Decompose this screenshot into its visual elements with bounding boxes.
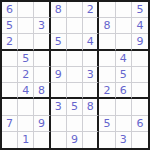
cell-r6c9[interactable]	[132, 83, 148, 99]
cell-r6c2[interactable]: 4	[18, 83, 34, 99]
cell-r9c7[interactable]	[99, 132, 115, 148]
cell-r5c9[interactable]	[132, 67, 148, 83]
cell-r9c1[interactable]	[2, 132, 18, 148]
cell-r5c6[interactable]: 3	[83, 67, 99, 83]
cell-r5c4[interactable]: 9	[51, 67, 67, 83]
cell-r3c2[interactable]	[18, 34, 34, 50]
cell-r8c4[interactable]	[51, 116, 67, 132]
cell-r8c6[interactable]	[83, 116, 99, 132]
cell-r9c4[interactable]	[51, 132, 67, 148]
cell-r6c5[interactable]	[67, 83, 83, 99]
cell-r8c5[interactable]	[67, 116, 83, 132]
cell-r2c6[interactable]	[83, 18, 99, 34]
cell-r6c6[interactable]	[83, 83, 99, 99]
cell-r5c2[interactable]: 2	[18, 67, 34, 83]
cell-r7c6[interactable]: 8	[83, 99, 99, 115]
cell-r4c2[interactable]: 5	[18, 51, 34, 67]
cell-r3c7[interactable]	[99, 34, 115, 50]
cell-r2c5[interactable]	[67, 18, 83, 34]
cell-r9c5[interactable]: 9	[67, 132, 83, 148]
sudoku-board: 68255384254954293548263587956193	[0, 0, 150, 150]
cell-r9c6[interactable]	[83, 132, 99, 148]
cell-r4c6[interactable]	[83, 51, 99, 67]
cell-r3c9[interactable]: 9	[132, 34, 148, 50]
cell-r2c3[interactable]: 3	[34, 18, 50, 34]
cell-r8c3[interactable]: 9	[34, 116, 50, 132]
cell-r8c1[interactable]: 7	[2, 116, 18, 132]
cell-r3c8[interactable]	[116, 34, 132, 50]
cell-r7c1[interactable]	[2, 99, 18, 115]
cell-r7c3[interactable]	[34, 99, 50, 115]
cell-r6c8[interactable]: 6	[116, 83, 132, 99]
cell-r3c5[interactable]	[67, 34, 83, 50]
cell-r1c6[interactable]: 2	[83, 2, 99, 18]
cell-r1c3[interactable]	[34, 2, 50, 18]
cell-r4c1[interactable]	[2, 51, 18, 67]
cell-r7c7[interactable]	[99, 99, 115, 115]
cell-r5c7[interactable]	[99, 67, 115, 83]
cell-r4c9[interactable]	[132, 51, 148, 67]
cell-r7c2[interactable]	[18, 99, 34, 115]
cell-r1c8[interactable]	[116, 2, 132, 18]
cell-r7c5[interactable]: 5	[67, 99, 83, 115]
cell-r4c3[interactable]	[34, 51, 50, 67]
cell-r2c8[interactable]	[116, 18, 132, 34]
cell-r1c7[interactable]	[99, 2, 115, 18]
cell-r6c7[interactable]: 2	[99, 83, 115, 99]
cell-r5c1[interactable]	[2, 67, 18, 83]
cell-r2c1[interactable]: 5	[2, 18, 18, 34]
cell-r8c8[interactable]	[116, 116, 132, 132]
cell-r4c4[interactable]	[51, 51, 67, 67]
cell-r6c3[interactable]: 8	[34, 83, 50, 99]
cell-r2c7[interactable]: 8	[99, 18, 115, 34]
cell-r3c1[interactable]: 2	[2, 34, 18, 50]
cell-r3c4[interactable]: 5	[51, 34, 67, 50]
cell-r6c4[interactable]	[51, 83, 67, 99]
cell-r9c2[interactable]: 1	[18, 132, 34, 148]
cell-r4c7[interactable]	[99, 51, 115, 67]
cell-r5c5[interactable]	[67, 67, 83, 83]
cell-r7c9[interactable]	[132, 99, 148, 115]
cell-r1c9[interactable]: 5	[132, 2, 148, 18]
cell-r7c8[interactable]	[116, 99, 132, 115]
cell-r7c4[interactable]: 3	[51, 99, 67, 115]
cell-r2c2[interactable]	[18, 18, 34, 34]
cell-r5c3[interactable]	[34, 67, 50, 83]
cell-r8c7[interactable]: 5	[99, 116, 115, 132]
cell-r2c9[interactable]: 4	[132, 18, 148, 34]
cell-r3c3[interactable]	[34, 34, 50, 50]
cell-r6c1[interactable]	[2, 83, 18, 99]
cell-r5c8[interactable]: 5	[116, 67, 132, 83]
cell-r8c2[interactable]	[18, 116, 34, 132]
cell-r3c6[interactable]: 4	[83, 34, 99, 50]
cell-r4c5[interactable]	[67, 51, 83, 67]
cell-r9c8[interactable]: 3	[116, 132, 132, 148]
cell-r8c9[interactable]: 6	[132, 116, 148, 132]
cell-r1c4[interactable]: 8	[51, 2, 67, 18]
cell-r1c1[interactable]: 6	[2, 2, 18, 18]
cell-r4c8[interactable]: 4	[116, 51, 132, 67]
cell-r9c9[interactable]	[132, 132, 148, 148]
cell-r1c2[interactable]	[18, 2, 34, 18]
cell-r1c5[interactable]	[67, 2, 83, 18]
cell-r9c3[interactable]	[34, 132, 50, 148]
cell-r2c4[interactable]	[51, 18, 67, 34]
